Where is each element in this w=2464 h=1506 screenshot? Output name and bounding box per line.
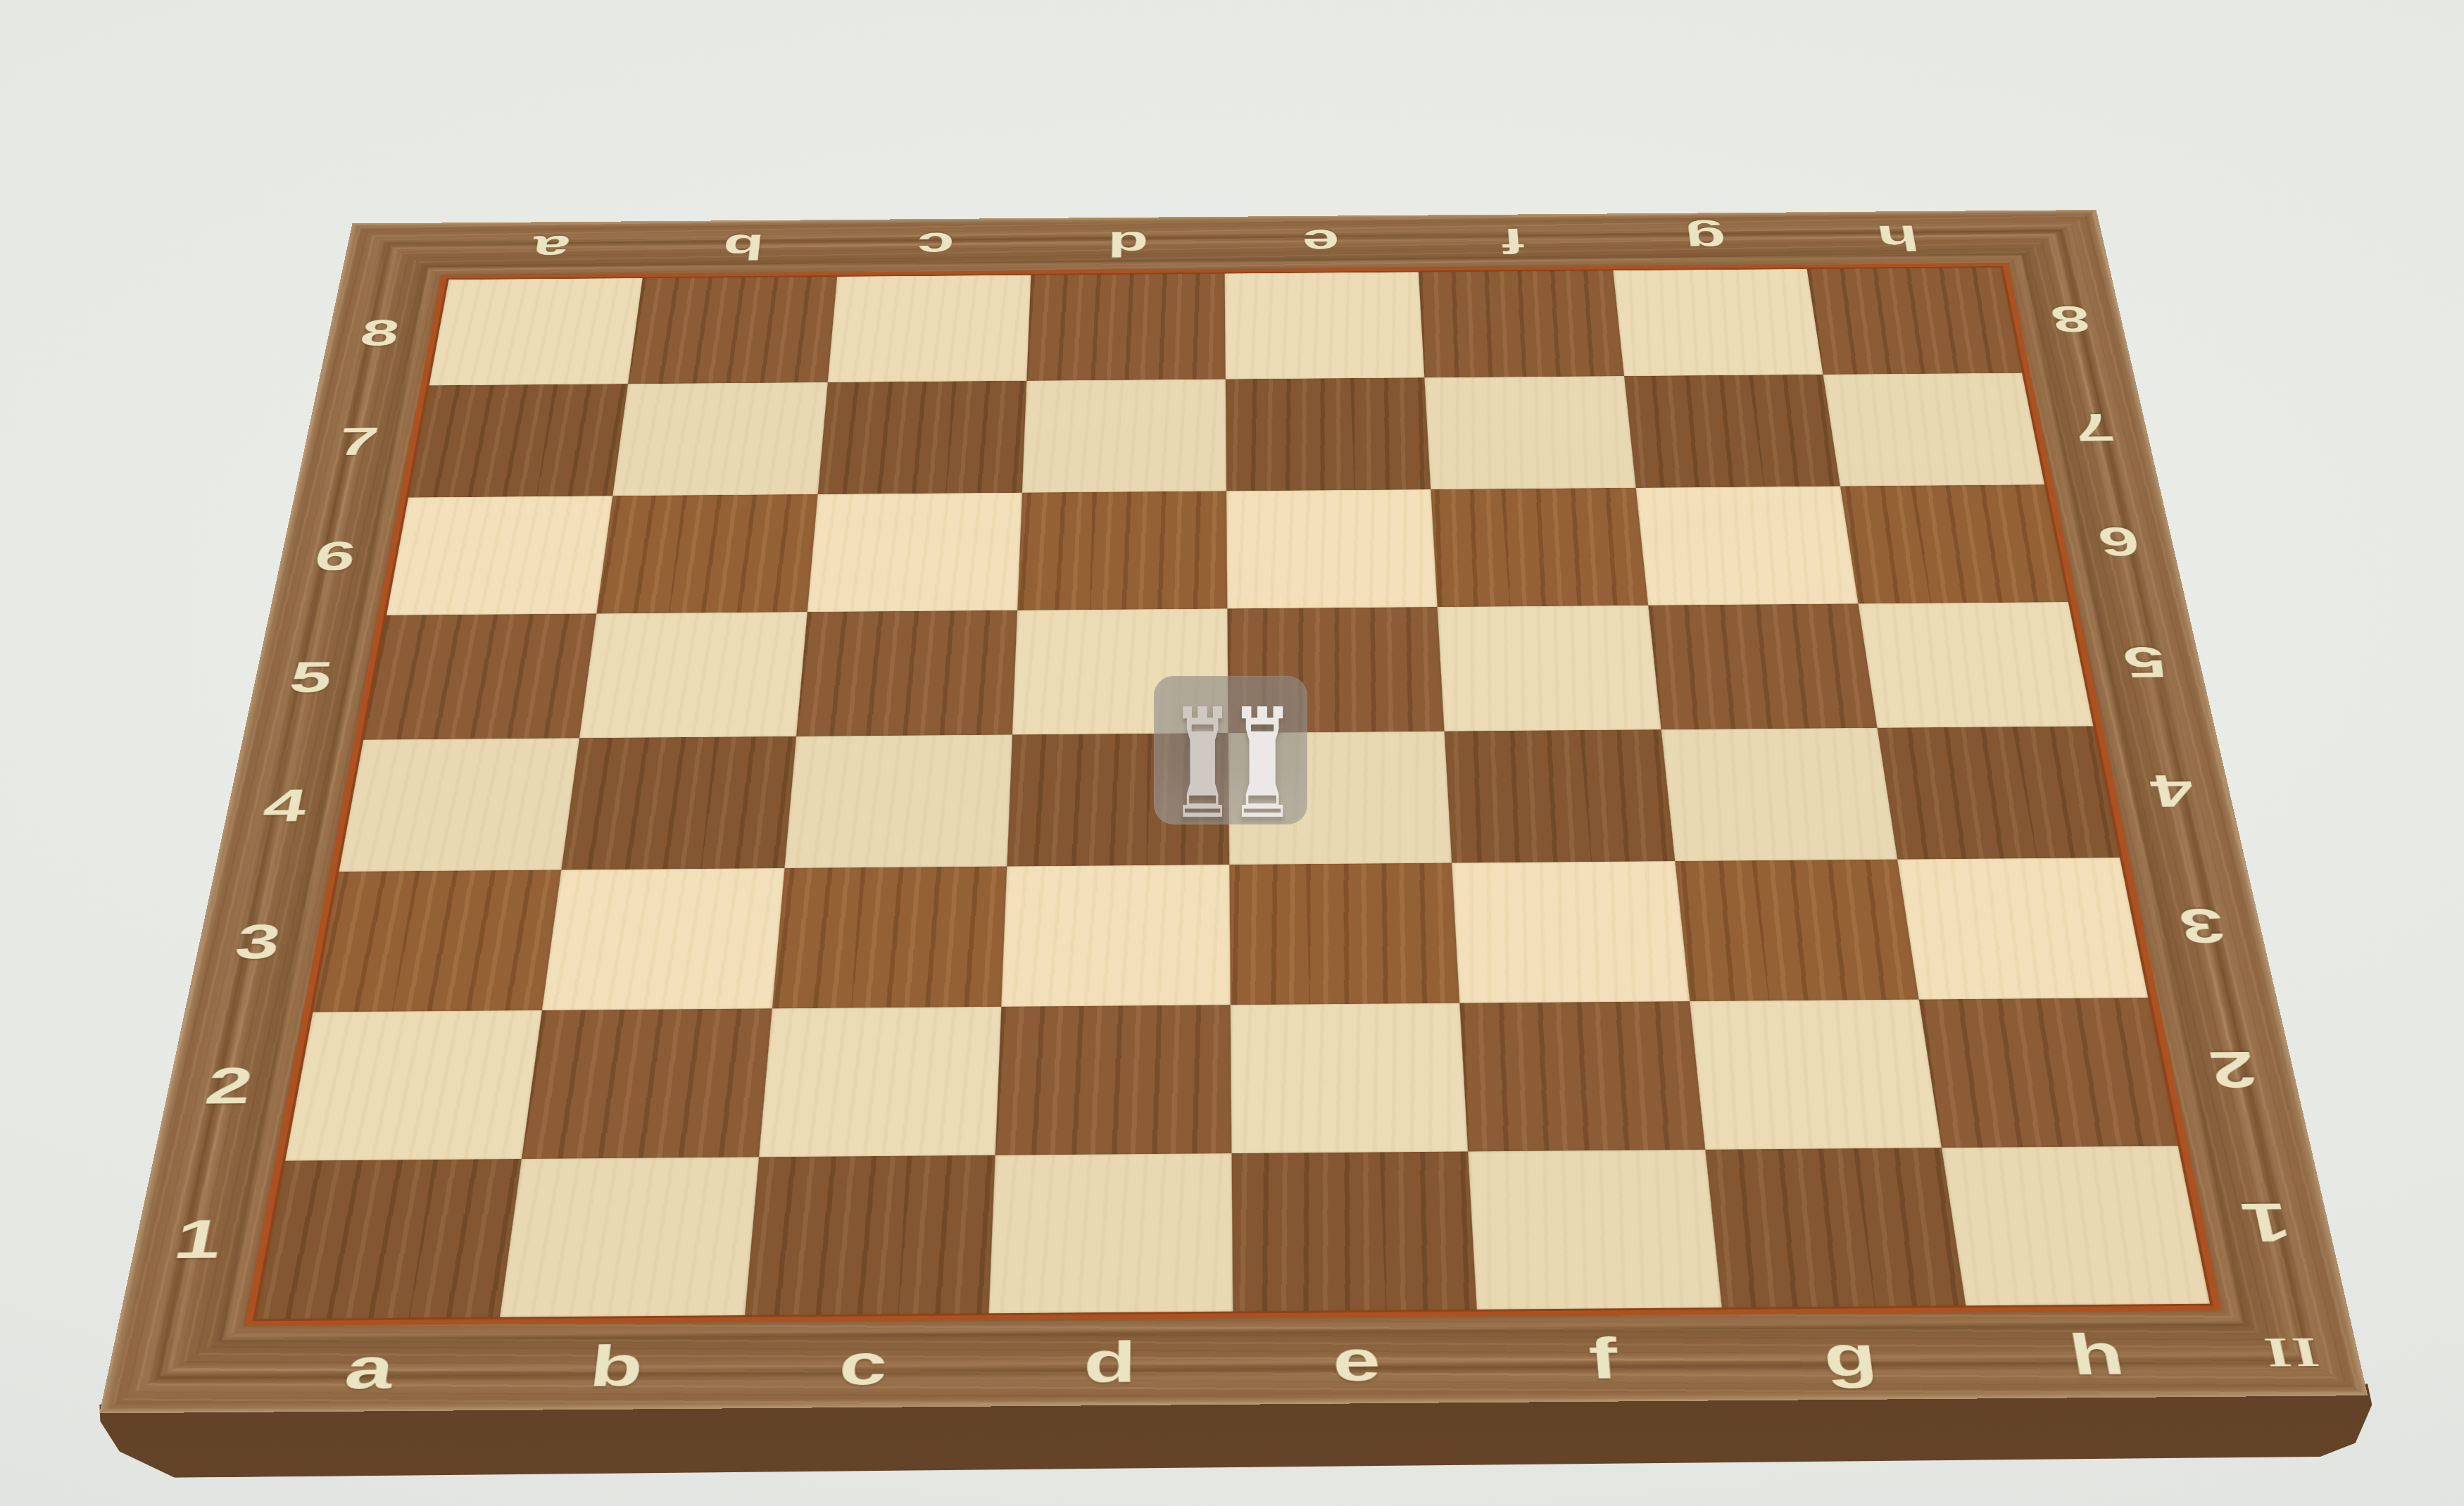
square-d7 (1022, 379, 1226, 493)
maker-mark: II (2261, 1330, 2326, 1373)
white-rook-icon-left: ♜ (1171, 689, 1234, 840)
frame-bottom (99, 1310, 2368, 1414)
square-e7 (1226, 378, 1431, 491)
square-c4 (784, 734, 1012, 868)
file-label-e-bottom: e (1332, 1331, 1381, 1389)
square-d8 (1026, 274, 1226, 381)
square-f6 (1431, 488, 1648, 607)
square-e8 (1225, 272, 1425, 379)
square-h5 (1858, 602, 2093, 728)
square-h4 (1877, 726, 2120, 859)
square-g4 (1661, 728, 1897, 861)
square-c2 (758, 1006, 1001, 1157)
square-g3 (1675, 860, 1919, 1001)
square-f1 (1469, 1150, 1722, 1310)
square-e1 (1231, 1151, 1477, 1311)
square-f5 (1438, 605, 1661, 732)
file-label-f-bottom: f (1587, 1329, 1620, 1388)
square-a5 (363, 613, 596, 739)
square-f4 (1445, 729, 1675, 863)
square-b8 (628, 277, 836, 384)
square-a4 (339, 738, 579, 872)
square-g1 (1705, 1148, 1966, 1307)
file-label-c-bottom: c (837, 1335, 888, 1393)
rank-label-3-left: 3 (232, 917, 285, 966)
file-label-h-top: h (1875, 220, 1922, 256)
square-f7 (1425, 376, 1635, 489)
square-a2 (285, 1010, 542, 1161)
square-c1 (744, 1155, 995, 1316)
file-label-a-bottom: a (341, 1338, 398, 1397)
square-h1 (1942, 1146, 2210, 1305)
square-b1 (500, 1157, 758, 1317)
square-e2 (1231, 1003, 1469, 1153)
rank-label-8-right: 8 (2047, 301, 2093, 338)
square-d3 (1001, 865, 1231, 1006)
watermark-chip: ♜ ♜ (1154, 676, 1307, 824)
file-label-c-top: c (916, 227, 955, 263)
file-label-e-top: e (1302, 225, 1340, 261)
square-f3 (1452, 861, 1689, 1003)
square-h2 (1918, 998, 2177, 1148)
square-b3 (542, 868, 784, 1010)
rank-label-6-right: 6 (2094, 521, 2144, 563)
square-a7 (408, 384, 628, 497)
square-g6 (1635, 486, 1858, 605)
square-g5 (1648, 603, 1878, 729)
square-c8 (827, 275, 1031, 382)
chessboard-product-photo: II aabbccddeeffgghh1122334455667788 ♜ ♜ (0, 0, 2464, 1506)
square-d6 (1017, 491, 1228, 610)
square-c6 (807, 492, 1022, 612)
rank-label-8-left: 8 (357, 314, 403, 351)
square-b4 (562, 736, 796, 870)
rank-label-4-left: 4 (260, 782, 311, 829)
file-label-d-top: d (1107, 226, 1149, 262)
square-a8 (429, 278, 643, 386)
square-e6 (1226, 489, 1438, 608)
square-d2 (995, 1005, 1231, 1155)
square-h6 (1840, 484, 2068, 603)
square-c7 (817, 381, 1026, 494)
square-f2 (1460, 1001, 1705, 1152)
square-h8 (1806, 268, 2022, 375)
rank-label-5-left: 5 (286, 655, 336, 699)
file-label-b-bottom: b (587, 1337, 646, 1395)
square-a6 (386, 496, 613, 615)
file-label-g-bottom: g (1820, 1327, 1880, 1386)
square-g2 (1689, 999, 1941, 1149)
file-label-a-top: a (529, 230, 572, 266)
square-b6 (597, 494, 817, 614)
square-b7 (613, 382, 828, 496)
file-label-b-top: b (721, 229, 766, 265)
square-b5 (579, 612, 807, 738)
square-c5 (796, 610, 1017, 736)
file-label-d-bottom: d (1083, 1333, 1136, 1391)
square-d1 (988, 1153, 1233, 1313)
file-label-g-top: g (1683, 221, 1729, 257)
square-e3 (1229, 863, 1459, 1005)
square-g7 (1623, 375, 1840, 487)
rank-label-5-right: 5 (2120, 641, 2170, 684)
square-h7 (1823, 373, 2044, 486)
file-label-f-top: f (1501, 223, 1526, 258)
file-label-h-bottom: h (2066, 1325, 2128, 1383)
square-b2 (522, 1008, 772, 1159)
square-h3 (1897, 858, 2148, 999)
rank-label-7-left: 7 (334, 422, 382, 461)
square-a1 (256, 1159, 522, 1319)
white-rook-icon-right: ♜ (1230, 689, 1295, 840)
square-g8 (1613, 269, 1823, 376)
square-a3 (313, 870, 561, 1012)
rank-label-7-right: 7 (2070, 408, 2117, 447)
square-c3 (772, 867, 1007, 1008)
rank-label-6-left: 6 (311, 535, 360, 577)
square-f8 (1419, 270, 1623, 377)
